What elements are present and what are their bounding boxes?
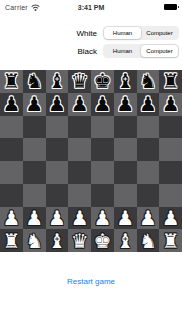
black-label: Black [77, 47, 97, 56]
square-d6[interactable] [68, 116, 91, 139]
square-d8[interactable]: ♛ [68, 70, 91, 93]
square-c6[interactable] [46, 116, 69, 139]
black-player-segmented-control: Human Computer [103, 44, 179, 58]
piece-black-rook: ♜ [2, 71, 20, 91]
piece-white-pawn: ♟ [71, 208, 89, 228]
square-a2[interactable]: ♟ [0, 207, 23, 230]
square-c8[interactable]: ♝ [46, 70, 69, 93]
piece-white-knight: ♞ [25, 231, 43, 251]
piece-white-bishop: ♝ [116, 231, 134, 251]
piece-white-pawn: ♟ [48, 208, 66, 228]
square-f4[interactable] [114, 161, 137, 184]
restart-game-button[interactable]: Restart game [0, 276, 182, 287]
square-e7[interactable]: ♟ [91, 93, 114, 116]
square-c2[interactable]: ♟ [46, 207, 69, 230]
square-c3[interactable] [46, 184, 69, 207]
square-g6[interactable] [137, 116, 160, 139]
chess-board[interactable]: ♜♞♝♛♚♝♞♜♟♟♟♟♟♟♟♟♟♟♟♟♟♟♟♟♜♞♝♛♚♝♞♜ [0, 70, 182, 252]
square-h7[interactable]: ♟ [159, 93, 182, 116]
piece-white-pawn: ♟ [25, 208, 43, 228]
square-b2[interactable]: ♟ [23, 207, 46, 230]
piece-white-rook: ♜ [2, 231, 20, 251]
square-d7[interactable]: ♟ [68, 93, 91, 116]
piece-black-pawn: ♟ [48, 94, 66, 114]
square-c5[interactable] [46, 138, 69, 161]
square-d2[interactable]: ♟ [68, 207, 91, 230]
piece-black-pawn: ♟ [139, 94, 157, 114]
square-a7[interactable]: ♟ [0, 93, 23, 116]
piece-white-pawn: ♟ [116, 208, 134, 228]
square-f3[interactable] [114, 184, 137, 207]
piece-black-pawn: ♟ [93, 94, 111, 114]
piece-black-rook: ♜ [162, 71, 180, 91]
square-f5[interactable] [114, 138, 137, 161]
piece-black-pawn: ♟ [162, 94, 180, 114]
black-player-row: Black Human Computer [77, 44, 179, 58]
segment-white-computer[interactable]: Computer [141, 27, 178, 39]
square-c4[interactable] [46, 161, 69, 184]
square-a3[interactable] [0, 184, 23, 207]
piece-black-queen: ♛ [71, 71, 89, 91]
square-a6[interactable] [0, 116, 23, 139]
piece-black-pawn: ♟ [2, 94, 20, 114]
square-b5[interactable] [23, 138, 46, 161]
square-b3[interactable] [23, 184, 46, 207]
square-c1[interactable]: ♝ [46, 229, 69, 252]
square-g2[interactable]: ♟ [137, 207, 160, 230]
status-bar: Carrier 3:41 PM [0, 0, 182, 14]
piece-white-knight: ♞ [139, 231, 157, 251]
piece-black-knight: ♞ [139, 71, 157, 91]
square-e1[interactable]: ♚ [91, 229, 114, 252]
square-e2[interactable]: ♟ [91, 207, 114, 230]
piece-white-pawn: ♟ [93, 208, 111, 228]
square-h3[interactable] [159, 184, 182, 207]
square-h6[interactable] [159, 116, 182, 139]
segment-black-computer[interactable]: Computer [141, 45, 178, 57]
square-f7[interactable]: ♟ [114, 93, 137, 116]
piece-white-rook: ♜ [162, 231, 180, 251]
square-f6[interactable] [114, 116, 137, 139]
piece-white-pawn: ♟ [139, 208, 157, 228]
square-b1[interactable]: ♞ [23, 229, 46, 252]
battery-icon [164, 4, 177, 10]
square-b4[interactable] [23, 161, 46, 184]
square-e5[interactable] [91, 138, 114, 161]
square-h1[interactable]: ♜ [159, 229, 182, 252]
piece-white-pawn: ♟ [162, 208, 180, 228]
piece-black-bishop: ♝ [116, 71, 134, 91]
square-d3[interactable] [68, 184, 91, 207]
square-d1[interactable]: ♛ [68, 229, 91, 252]
square-g4[interactable] [137, 161, 160, 184]
square-a4[interactable] [0, 161, 23, 184]
piece-white-pawn: ♟ [2, 208, 20, 228]
segment-white-human[interactable]: Human [104, 27, 141, 39]
square-d5[interactable] [68, 138, 91, 161]
square-g7[interactable]: ♟ [137, 93, 160, 116]
square-b6[interactable] [23, 116, 46, 139]
piece-black-pawn: ♟ [71, 94, 89, 114]
segment-black-human[interactable]: Human [104, 45, 141, 57]
square-e6[interactable] [91, 116, 114, 139]
square-c7[interactable]: ♟ [46, 93, 69, 116]
square-h2[interactable]: ♟ [159, 207, 182, 230]
piece-black-bishop: ♝ [48, 71, 66, 91]
square-h8[interactable]: ♜ [159, 70, 182, 93]
piece-black-king: ♚ [93, 71, 111, 91]
square-e3[interactable] [91, 184, 114, 207]
square-b7[interactable]: ♟ [23, 93, 46, 116]
square-h5[interactable] [159, 138, 182, 161]
square-f1[interactable]: ♝ [114, 229, 137, 252]
square-f8[interactable]: ♝ [114, 70, 137, 93]
white-player-row: White Human Computer [77, 26, 179, 40]
square-a1[interactable]: ♜ [0, 229, 23, 252]
piece-black-pawn: ♟ [25, 94, 43, 114]
square-e8[interactable]: ♚ [91, 70, 114, 93]
square-f2[interactable]: ♟ [114, 207, 137, 230]
square-h4[interactable] [159, 161, 182, 184]
square-b8[interactable]: ♞ [23, 70, 46, 93]
piece-white-bishop: ♝ [48, 231, 66, 251]
clock-time: 3:41 PM [0, 4, 182, 11]
square-d4[interactable] [68, 161, 91, 184]
piece-black-knight: ♞ [25, 71, 43, 91]
piece-white-queen: ♛ [71, 231, 89, 251]
piece-white-king: ♚ [93, 231, 111, 251]
square-g8[interactable]: ♞ [137, 70, 160, 93]
square-e4[interactable] [91, 161, 114, 184]
square-g5[interactable] [137, 138, 160, 161]
piece-black-pawn: ♟ [116, 94, 134, 114]
square-a5[interactable] [0, 138, 23, 161]
square-g1[interactable]: ♞ [137, 229, 160, 252]
square-a8[interactable]: ♜ [0, 70, 23, 93]
square-g3[interactable] [137, 184, 160, 207]
white-player-segmented-control: Human Computer [103, 26, 179, 40]
white-label: White [77, 29, 97, 38]
